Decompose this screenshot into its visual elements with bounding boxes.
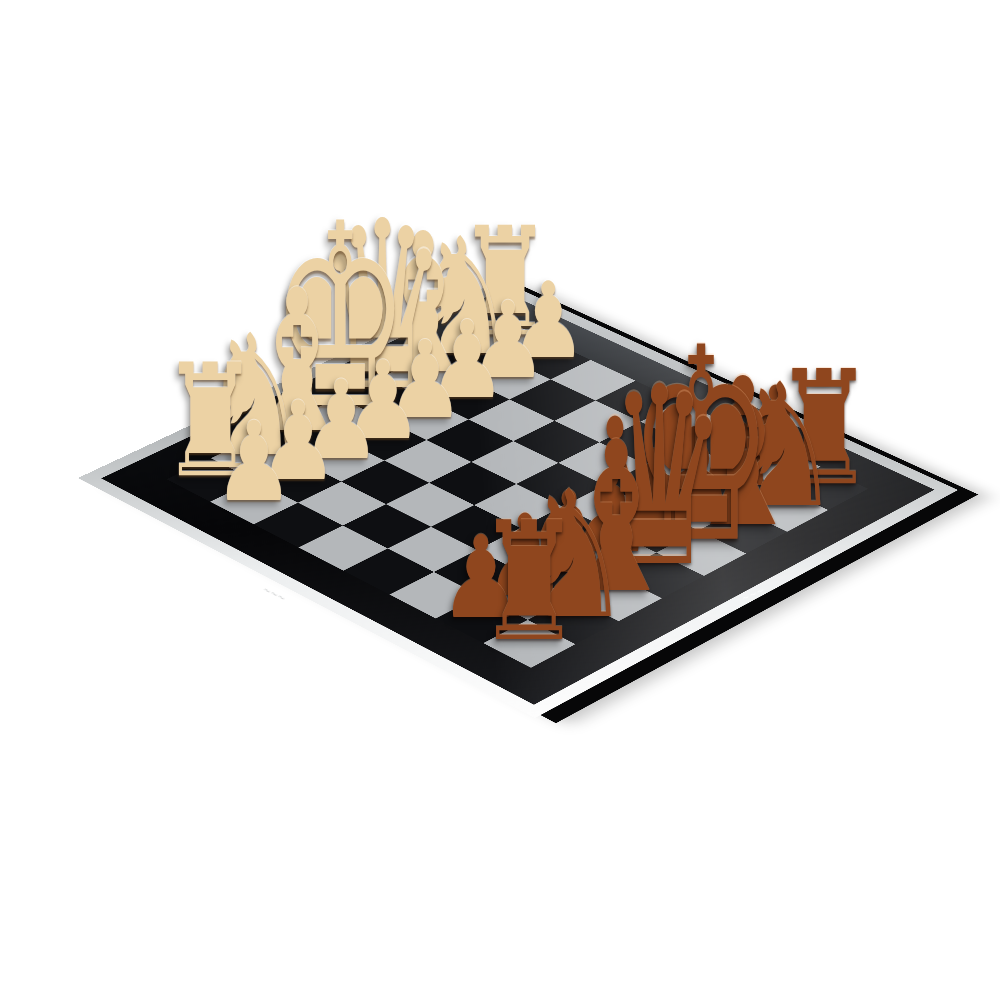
board-grid [167,319,868,668]
board-border [101,290,934,705]
photo-stage: ♜♞♝♚♛♝♞♜♟♟♟♟♟♟♟♟♟♟♟♟♟♟♟♟♜♞♝♛♚♝♞♜ 〜〜〜 〜〜〜 [0,0,1000,1000]
brand-stamp-left: 〜〜〜 [262,587,287,604]
chess-board [78,280,958,718]
